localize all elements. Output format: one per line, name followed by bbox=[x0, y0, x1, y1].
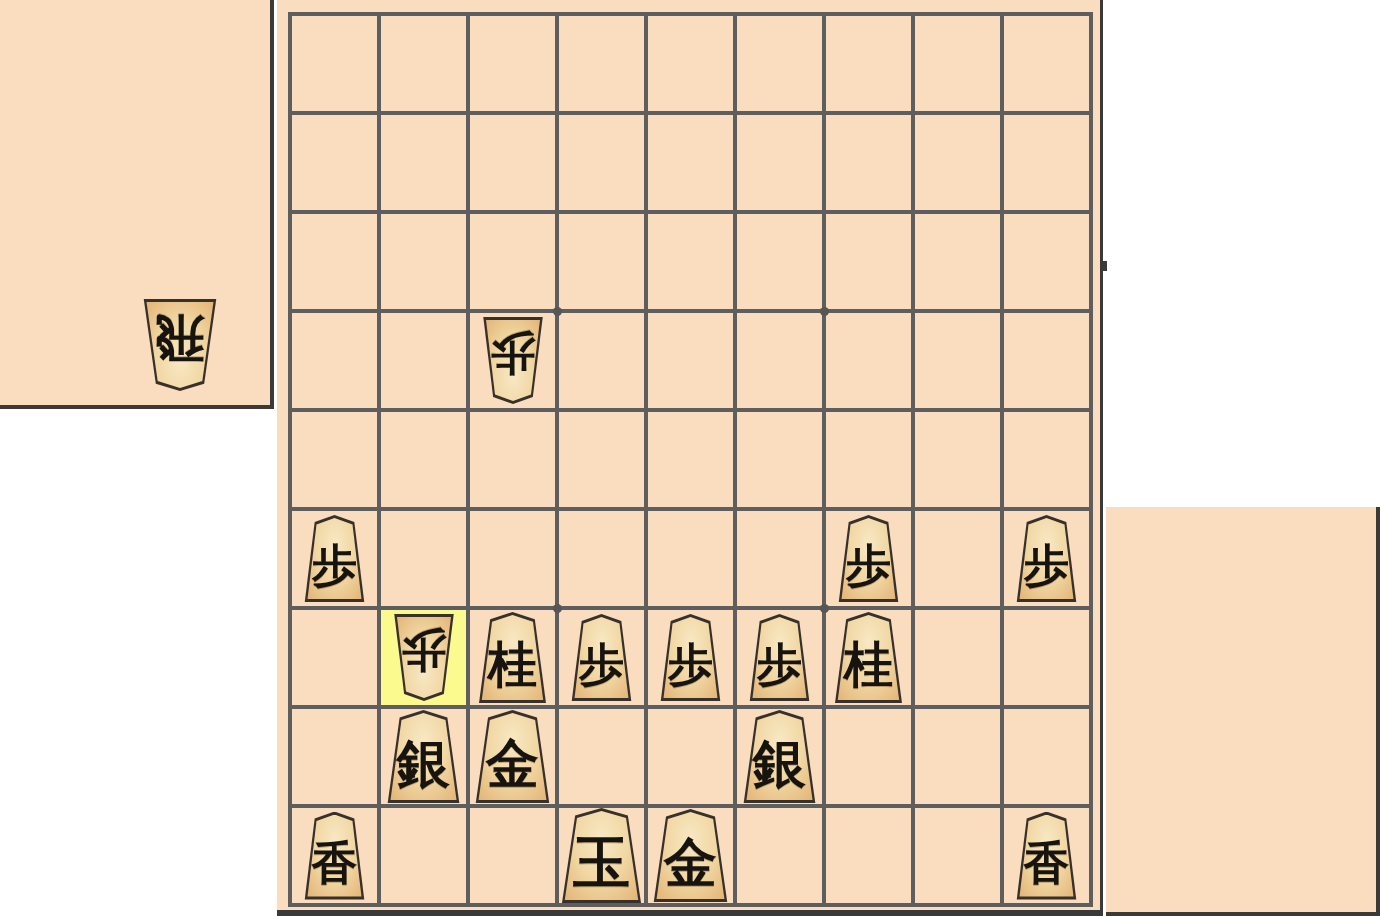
gote-hand-rook[interactable]: 飛 bbox=[141, 299, 219, 391]
sente-lance-piece[interactable]: 香 bbox=[1015, 812, 1079, 900]
board-cell-5c[interactable] bbox=[648, 214, 733, 309]
sente-gold-piece[interactable]: 金 bbox=[473, 710, 552, 803]
piece-kanji: 歩 bbox=[579, 628, 624, 687]
piece-kanji: 歩 bbox=[757, 628, 802, 687]
board-cell-3g[interactable]: 桂 bbox=[826, 610, 911, 705]
board-cell-9d[interactable] bbox=[292, 313, 377, 408]
sente-pawn-piece[interactable]: 歩 bbox=[837, 515, 901, 602]
board-cell-7h[interactable]: 金 bbox=[470, 709, 555, 804]
board-cell-5h[interactable] bbox=[648, 709, 733, 804]
star-point bbox=[553, 307, 562, 316]
board-cell-3c[interactable] bbox=[826, 214, 911, 309]
board-edge-notch bbox=[1100, 261, 1107, 271]
board-cell-3i[interactable] bbox=[826, 808, 911, 903]
board-cell-9b[interactable] bbox=[292, 115, 377, 210]
board-cell-9h[interactable] bbox=[292, 709, 377, 804]
piece-kanji: 桂 bbox=[488, 626, 537, 689]
board-cell-5b[interactable] bbox=[648, 115, 733, 210]
board-cell-6c[interactable] bbox=[559, 214, 644, 309]
board-cell-8f[interactable] bbox=[381, 511, 466, 606]
board-cell-7f[interactable] bbox=[470, 511, 555, 606]
piece-kanji: 歩 bbox=[846, 529, 891, 588]
piece-kanji: 玉 bbox=[573, 820, 630, 891]
board-cell-6d[interactable] bbox=[559, 313, 644, 408]
piece-kanji: 銀 bbox=[753, 723, 806, 790]
board-cell-1f[interactable]: 歩 bbox=[1004, 511, 1089, 606]
board-cell-9i[interactable]: 香 bbox=[292, 808, 377, 903]
piece-kanji: 歩 bbox=[401, 628, 446, 687]
sente-pawn-piece[interactable]: 歩 bbox=[748, 614, 812, 701]
board-cell-7c[interactable] bbox=[470, 214, 555, 309]
board-cell-2c[interactable] bbox=[915, 214, 1000, 309]
board-cell-5f[interactable] bbox=[648, 511, 733, 606]
board-cell-2b[interactable] bbox=[915, 115, 1000, 210]
board-cell-6f[interactable] bbox=[559, 511, 644, 606]
gote-captured-pieces-tray: 飛 bbox=[0, 0, 274, 409]
board-cell-1c[interactable] bbox=[1004, 214, 1089, 309]
board-cell-3b[interactable] bbox=[826, 115, 911, 210]
board-cell-1b[interactable] bbox=[1004, 115, 1089, 210]
board-cell-6b[interactable] bbox=[559, 115, 644, 210]
board-cell-5d[interactable] bbox=[648, 313, 733, 408]
piece-kanji: 歩 bbox=[668, 628, 713, 687]
board-cell-7e[interactable] bbox=[470, 412, 555, 507]
board-cell-2d[interactable] bbox=[915, 313, 1000, 408]
piece-kanji: 金 bbox=[664, 822, 717, 889]
board-cell-1e[interactable] bbox=[1004, 412, 1089, 507]
board-cell-4i[interactable] bbox=[737, 808, 822, 903]
board-cell-9f[interactable]: 歩 bbox=[292, 511, 377, 606]
board-cell-6h[interactable] bbox=[559, 709, 644, 804]
star-point bbox=[820, 307, 829, 316]
board-cell-8h[interactable]: 銀 bbox=[381, 709, 466, 804]
board-cell-8e[interactable] bbox=[381, 412, 466, 507]
piece-kanji: 飛 bbox=[155, 313, 205, 377]
board-cell-7d[interactable]: 歩 bbox=[470, 313, 555, 408]
board-cell-3f[interactable]: 歩 bbox=[826, 511, 911, 606]
board-cell-4b[interactable] bbox=[737, 115, 822, 210]
piece-kanji: 歩 bbox=[1024, 529, 1069, 588]
board-cell-5i[interactable]: 金 bbox=[648, 808, 733, 903]
star-point bbox=[553, 604, 562, 613]
sente-pawn-piece[interactable]: 歩 bbox=[570, 614, 634, 701]
piece-kanji: 桂 bbox=[844, 626, 893, 689]
board-cell-3d[interactable] bbox=[826, 313, 911, 408]
board-cell-8c[interactable] bbox=[381, 214, 466, 309]
board-cell-5e[interactable] bbox=[648, 412, 733, 507]
piece-kanji: 金 bbox=[486, 723, 539, 790]
gote-pawn-piece[interactable]: 歩 bbox=[481, 317, 545, 404]
board-cell-7g[interactable]: 桂 bbox=[470, 610, 555, 705]
board-cell-4f[interactable] bbox=[737, 511, 822, 606]
board-cell-3h[interactable] bbox=[826, 709, 911, 804]
board-cell-9g[interactable] bbox=[292, 610, 377, 705]
board-cell-4h[interactable]: 銀 bbox=[737, 709, 822, 804]
board-cell-4c[interactable] bbox=[737, 214, 822, 309]
board-cell-6a[interactable] bbox=[559, 16, 644, 111]
piece-kanji: 香 bbox=[312, 826, 358, 886]
sente-silver-piece[interactable]: 銀 bbox=[385, 710, 462, 803]
board-cell-8a[interactable] bbox=[381, 16, 466, 111]
board-cell-2a[interactable] bbox=[915, 16, 1000, 111]
board-cell-8i[interactable] bbox=[381, 808, 466, 903]
board-cell-9a[interactable] bbox=[292, 16, 377, 111]
shogi-app-page: 飛 歩歩歩歩歩桂歩歩歩桂銀金銀香玉金香 bbox=[0, 0, 1380, 916]
shogi-board: 歩歩歩歩歩桂歩歩歩桂銀金銀香玉金香 bbox=[277, 0, 1103, 916]
board-cell-4a[interactable] bbox=[737, 16, 822, 111]
board-cell-5a[interactable] bbox=[648, 16, 733, 111]
board-cell-2g[interactable] bbox=[915, 610, 1000, 705]
sente-pawn-piece[interactable]: 歩 bbox=[303, 515, 367, 602]
sente-silver-piece[interactable]: 銀 bbox=[741, 710, 818, 803]
piece-kanji: 香 bbox=[1024, 826, 1070, 886]
piece-kanji: 歩 bbox=[312, 529, 357, 588]
board-cell-3a[interactable] bbox=[826, 16, 911, 111]
sente-pawn-piece[interactable]: 歩 bbox=[659, 614, 723, 701]
board-cell-1i[interactable]: 香 bbox=[1004, 808, 1089, 903]
piece-kanji: 銀 bbox=[397, 723, 450, 790]
sente-knight-piece[interactable]: 桂 bbox=[833, 612, 905, 703]
board-cell-9e[interactable] bbox=[292, 412, 377, 507]
board-cell-1h[interactable] bbox=[1004, 709, 1089, 804]
sente-gold-piece[interactable]: 金 bbox=[651, 809, 730, 902]
board-cell-4e[interactable] bbox=[737, 412, 822, 507]
sente-lance-piece[interactable]: 香 bbox=[303, 812, 367, 900]
piece-kanji: 歩 bbox=[490, 331, 535, 390]
board-cell-1g[interactable] bbox=[1004, 610, 1089, 705]
board-cell-6i[interactable]: 玉 bbox=[559, 808, 644, 903]
sente-pawn-piece[interactable]: 歩 bbox=[1015, 515, 1079, 602]
board-cell-6g[interactable]: 歩 bbox=[559, 610, 644, 705]
gote-pawn-piece[interactable]: 歩 bbox=[392, 614, 456, 701]
board-cell-2h[interactable] bbox=[915, 709, 1000, 804]
sente-captured-pieces-tray bbox=[1106, 507, 1380, 916]
board-cell-2i[interactable] bbox=[915, 808, 1000, 903]
board-cell-9c[interactable] bbox=[292, 214, 377, 309]
board-cell-2e[interactable] bbox=[915, 412, 1000, 507]
board-cell-3e[interactable] bbox=[826, 412, 911, 507]
board-cell-7i[interactable] bbox=[470, 808, 555, 903]
board-cell-8g[interactable]: 歩 bbox=[381, 610, 466, 705]
board-cell-4d[interactable] bbox=[737, 313, 822, 408]
board-cell-1a[interactable] bbox=[1004, 16, 1089, 111]
star-point bbox=[820, 604, 829, 613]
board-cell-7b[interactable] bbox=[470, 115, 555, 210]
board-cell-6e[interactable] bbox=[559, 412, 644, 507]
board-cell-7a[interactable] bbox=[470, 16, 555, 111]
board-cell-8b[interactable] bbox=[381, 115, 466, 210]
board-cell-2f[interactable] bbox=[915, 511, 1000, 606]
board-cell-5g[interactable]: 歩 bbox=[648, 610, 733, 705]
board-cell-1d[interactable] bbox=[1004, 313, 1089, 408]
board-cell-8d[interactable] bbox=[381, 313, 466, 408]
sente-knight-piece[interactable]: 桂 bbox=[477, 612, 549, 703]
board-cell-4g[interactable]: 歩 bbox=[737, 610, 822, 705]
sente-king-piece[interactable]: 玉 bbox=[559, 808, 644, 903]
board-grid: 歩歩歩歩歩桂歩歩歩桂銀金銀香玉金香 bbox=[288, 12, 1093, 907]
